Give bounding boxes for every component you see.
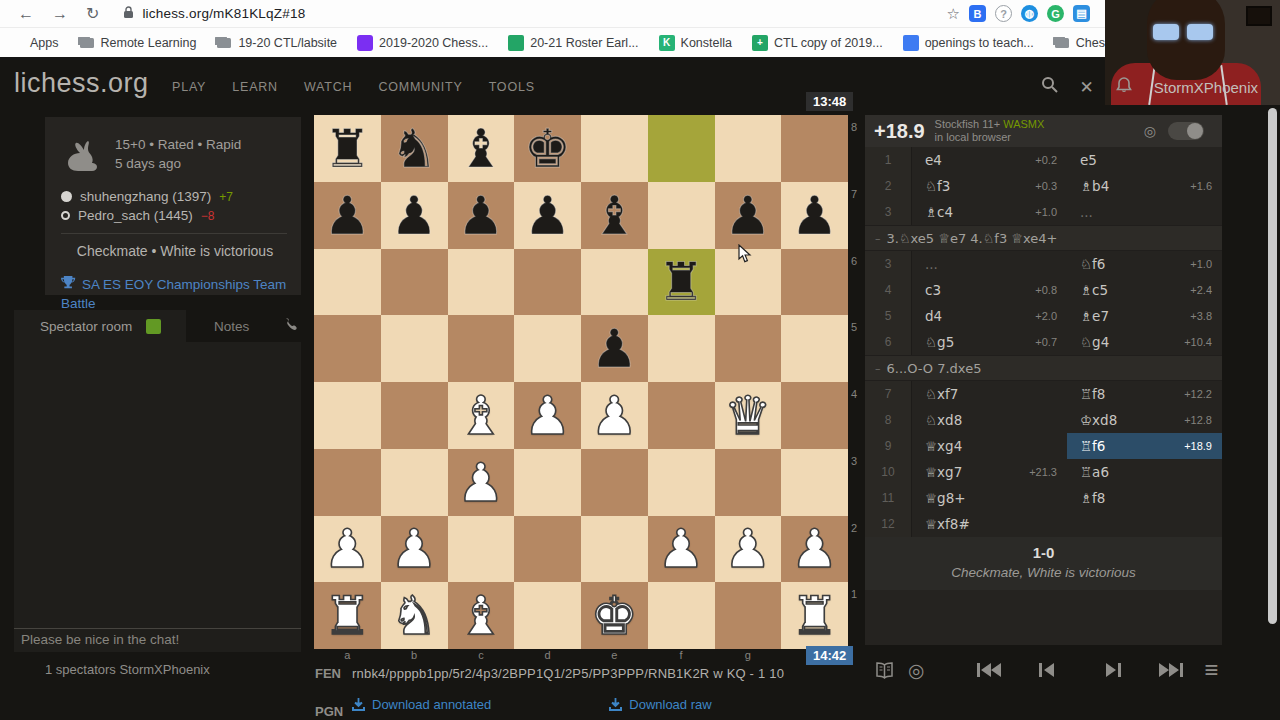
square-f7[interactable] xyxy=(648,182,715,249)
square-g1[interactable] xyxy=(715,582,782,649)
move-3-black[interactable]: ♘f6+1.0 xyxy=(1067,251,1222,277)
bookmark-label: Konstella xyxy=(681,36,732,50)
pgn-download-raw[interactable]: Download raw xyxy=(609,697,711,712)
result-status: Checkmate, White is victorious xyxy=(865,565,1222,580)
square-d7[interactable]: ♟ xyxy=(514,182,581,249)
square-a4[interactable] xyxy=(314,382,381,449)
white-pawn[interactable]: ♟ xyxy=(524,389,572,442)
move-1-white[interactable]: e4+0.2 xyxy=(912,147,1067,173)
square-g7[interactable]: ♟ xyxy=(715,182,782,249)
move-number: 9 xyxy=(865,433,912,459)
last-move-button[interactable] xyxy=(1159,662,1183,678)
black-pawn[interactable]: ♟ xyxy=(524,189,572,242)
engine-eval: +18.9 xyxy=(874,120,925,143)
result-score: 1-0 xyxy=(865,544,1222,561)
file-label-c: c xyxy=(448,649,515,661)
move-3-white[interactable]: ... xyxy=(912,251,1067,277)
chess-board[interactable]: ♜♞♝♚♟♟♟♟♝♟♟♜♟♝♟♟♛♟♟♟♟♟♟♜♞♝♚♜ xyxy=(314,115,848,649)
square-b3[interactable] xyxy=(381,449,448,516)
game-date: 5 days ago xyxy=(115,154,291,173)
square-b2[interactable]: ♟ xyxy=(381,516,448,583)
black-pawn[interactable]: ♟ xyxy=(591,322,639,375)
white-pawn[interactable]: ♟ xyxy=(457,456,505,509)
square-e5[interactable]: ♟ xyxy=(581,315,648,382)
chat-input[interactable]: Please be nice in the chat! xyxy=(14,628,301,652)
page-scrollbar[interactable] xyxy=(1268,108,1277,624)
bookmark-20-21-roster-earl[interactable]: 20-21 Roster Earl... xyxy=(500,32,646,54)
black-pawn[interactable]: ♟ xyxy=(791,189,839,242)
bookmark-konstella[interactable]: KKonstella xyxy=(651,32,740,54)
move-number: 3 xyxy=(865,199,912,225)
square-d3[interactable] xyxy=(514,449,581,516)
notifications-bell-icon[interactable] xyxy=(1116,76,1132,98)
rank-label-6: 6 xyxy=(851,255,857,267)
black-knight[interactable]: ♞ xyxy=(390,122,438,175)
square-h2[interactable]: ♟ xyxy=(781,516,848,583)
square-c6[interactable] xyxy=(448,249,515,316)
square-e6[interactable] xyxy=(581,249,648,316)
game-meta-panel: 15+0 • Rated • Rapid 5 days ago shuhengz… xyxy=(45,117,301,295)
square-a7[interactable]: ♟ xyxy=(314,182,381,249)
square-b1[interactable]: ♞ xyxy=(381,582,448,649)
white-knight[interactable]: ♞ xyxy=(390,589,438,642)
square-f5[interactable] xyxy=(648,315,715,382)
bookmarks-bar: AppsRemote Learning19-20 CTL/labsite2019… xyxy=(0,28,1280,57)
main-nav: PLAYLEARNWATCHCOMMUNITYTOOLS xyxy=(172,80,535,94)
file-label-a: a xyxy=(314,649,381,661)
white-pawn[interactable]: ♟ xyxy=(791,522,839,575)
pgn-label: PGN xyxy=(315,704,343,719)
white-bishop[interactable]: ♝ xyxy=(457,389,505,442)
pgn-download-annotated[interactable]: Download annotated xyxy=(352,697,491,712)
square-e1[interactable]: ♚ xyxy=(581,582,648,649)
green-cross-icon: + xyxy=(752,35,768,51)
square-c7[interactable]: ♟ xyxy=(448,182,515,249)
white-pawn[interactable]: ♟ xyxy=(724,522,772,575)
previous-move-button[interactable] xyxy=(1039,662,1054,678)
square-g3[interactable] xyxy=(715,449,782,516)
fen-label: FEN xyxy=(315,666,352,681)
square-d8[interactable]: ♚ xyxy=(514,115,581,182)
back-icon[interactable]: ← xyxy=(18,5,34,23)
black-king[interactable]: ♚ xyxy=(524,122,572,175)
move-2-white[interactable]: ♘f3+0.3 xyxy=(912,173,1067,199)
square-h5[interactable] xyxy=(781,315,848,382)
first-move-button[interactable] xyxy=(977,662,1001,678)
white-pawn[interactable]: ♟ xyxy=(591,389,639,442)
white-piece-dot xyxy=(61,191,72,202)
black-pawn[interactable]: ♟ xyxy=(457,189,505,242)
square-h3[interactable] xyxy=(781,449,848,516)
square-d2[interactable] xyxy=(514,516,581,583)
black-pawn[interactable]: ♟ xyxy=(724,189,772,242)
black-pawn[interactable]: ♟ xyxy=(324,189,372,242)
move-8-white[interactable]: ♘xd8 xyxy=(912,407,1067,433)
move-number: 1 xyxy=(865,147,912,173)
apps-grid-icon xyxy=(8,36,24,50)
rank-label-3: 3 xyxy=(851,455,857,467)
explorer-icon[interactable]: ◎ xyxy=(908,659,925,682)
square-g2[interactable]: ♟ xyxy=(715,516,782,583)
bookmark-19-20-ctl-labsite[interactable]: 19-20 CTL/labsite xyxy=(208,32,345,54)
square-f6[interactable]: ♜ xyxy=(648,249,715,316)
move-4-white[interactable]: c3+0.8 xyxy=(912,277,1067,303)
nav-learn[interactable]: LEARN xyxy=(232,80,278,94)
glasses-left-lens xyxy=(1153,24,1179,40)
move-7-black[interactable]: ♖f8+12.2 xyxy=(1067,381,1222,407)
menu-hamburger-icon[interactable]: ≡ xyxy=(1205,656,1219,684)
next-move-button[interactable] xyxy=(1106,662,1121,678)
square-c8[interactable]: ♝ xyxy=(448,115,515,182)
bookmark-remote-learning[interactable]: Remote Learning xyxy=(71,32,205,54)
replay-controls: ◎ ≡ xyxy=(865,650,1222,690)
move-list: 1e4+0.2e52♘f3+0.3♗b4+1.63♗c4+1.0...3.♘xe… xyxy=(865,147,1222,537)
practice-target-icon[interactable]: ◎ xyxy=(1144,123,1156,139)
square-f2[interactable]: ♟ xyxy=(648,516,715,583)
black-bishop[interactable]: ♝ xyxy=(457,122,505,175)
rank-label-5: 5 xyxy=(851,321,857,333)
square-g8[interactable] xyxy=(715,115,782,182)
result-note: Checkmate • White is victorious xyxy=(59,243,291,259)
file-label-g: g xyxy=(715,649,782,661)
move-number: 7 xyxy=(865,381,912,407)
move-3-black[interactable]: ... xyxy=(1067,199,1222,225)
square-b6[interactable] xyxy=(381,249,448,316)
fen-value[interactable]: rnbk4/ppppb1pp/5r2/4p3/2BPP1Q1/2P5/PP3PP… xyxy=(352,666,784,681)
tournament-link[interactable]: SA ES EOY Championships Team Battle xyxy=(61,275,289,313)
move-12-black xyxy=(1067,511,1222,537)
variation-line[interactable]: 3.♘xe5 ♕e7 4.♘f3 ♕xe4+ xyxy=(865,225,1222,251)
square-b7[interactable]: ♟ xyxy=(381,182,448,249)
bookmark-openings-to-teach[interactable]: openings to teach... xyxy=(895,32,1042,54)
white-king[interactable]: ♚ xyxy=(591,589,639,642)
square-f4[interactable] xyxy=(648,382,715,449)
bookmark-2019-2020-chess[interactable]: 2019-2020 Chess... xyxy=(349,32,496,54)
square-h6[interactable] xyxy=(781,249,848,316)
bookmark-apps[interactable]: Apps xyxy=(0,32,67,54)
address-bar[interactable]: lichess.org/mK81KLqZ#18 xyxy=(142,6,305,21)
tab-spectator-label: Spectator room xyxy=(40,319,132,334)
square-a1[interactable]: ♜ xyxy=(314,582,381,649)
move-11-black[interactable]: ♗f8 xyxy=(1067,485,1222,511)
tab-notes[interactable]: Notes xyxy=(214,319,249,334)
move-number: 6 xyxy=(865,329,912,355)
move-6-white[interactable]: ♘g5+0.7 xyxy=(912,329,1067,355)
move-5-white[interactable]: d4+2.0 xyxy=(912,303,1067,329)
move-number: 11 xyxy=(865,485,912,511)
move-12-white[interactable]: ♕xf8# xyxy=(912,511,1067,537)
square-d6[interactable] xyxy=(514,249,581,316)
mouse-cursor xyxy=(738,244,753,268)
nav-tools[interactable]: TOOLS xyxy=(489,80,535,94)
spectators-line: 1 spectators StormXPhoenix xyxy=(45,662,210,677)
player-white[interactable]: shuhengzhang (1397)+7 xyxy=(61,189,291,204)
rank-label-4: 4 xyxy=(851,388,857,400)
user-menu[interactable]: StormXPhoenix xyxy=(1154,79,1258,96)
square-b8[interactable]: ♞ xyxy=(381,115,448,182)
extension-chat-icon[interactable]: ▤ xyxy=(1073,5,1090,22)
engine-info: Stockfish 11+ WASMX in local browser xyxy=(935,118,1045,144)
bookmark-label: Remote Learning xyxy=(101,36,197,50)
bookmark-star-icon[interactable]: ☆ xyxy=(947,5,960,23)
move-7-white[interactable]: ♘xf7 xyxy=(912,381,1067,407)
chat-toggle[interactable] xyxy=(146,319,161,334)
search-icon[interactable] xyxy=(1041,76,1058,98)
move-8-black[interactable]: ♔xd8+12.8 xyxy=(1067,407,1222,433)
trophy-icon xyxy=(61,275,76,294)
video-timestamp-top: 13:48 xyxy=(806,92,853,111)
analysis-panel: +18.9 Stockfish 11+ WASMX in local brows… xyxy=(865,115,1222,645)
square-c5[interactable] xyxy=(448,315,515,382)
white-pawn[interactable]: ♟ xyxy=(324,522,372,575)
white-bishop[interactable]: ♝ xyxy=(457,589,505,642)
nav-play[interactable]: PLAY xyxy=(172,80,206,94)
square-f8[interactable] xyxy=(648,115,715,182)
folder-icon xyxy=(216,35,232,51)
white-rook[interactable]: ♜ xyxy=(324,589,372,642)
square-f3[interactable] xyxy=(648,449,715,516)
move-number: 5 xyxy=(865,303,912,329)
extension-circle-icon[interactable]: ? xyxy=(995,5,1012,22)
square-d1[interactable] xyxy=(514,582,581,649)
move-11-white[interactable]: ♕g8+ xyxy=(912,485,1067,511)
square-b5[interactable] xyxy=(381,315,448,382)
challenges-icon[interactable]: ✕ xyxy=(1080,77,1094,98)
square-a5[interactable] xyxy=(314,315,381,382)
move-number: 4 xyxy=(865,277,912,303)
result-block: 1-0 Checkmate, White is victorious xyxy=(865,537,1222,590)
opening-book-icon[interactable] xyxy=(875,662,894,679)
rank-label-7: 7 xyxy=(851,188,857,200)
blue-doc-icon xyxy=(903,35,919,51)
bookmark-ctl-copy-of-2019[interactable]: +CTL copy of 2019... xyxy=(744,32,891,54)
players-list: shuhengzhang (1397)+7Pedro_sach (1445)−8 xyxy=(59,189,291,223)
square-g4[interactable]: ♛ xyxy=(715,382,782,449)
time-control: 15+0 • Rated • Rapid xyxy=(115,129,291,154)
move-3-white[interactable]: ♗c4+1.0 xyxy=(912,199,1067,225)
lock-icon xyxy=(123,5,134,23)
extension-b-icon[interactable]: B xyxy=(969,5,986,22)
folder-icon xyxy=(1054,35,1070,51)
white-pawn[interactable]: ♟ xyxy=(657,522,705,575)
file-label-d: d xyxy=(514,649,581,661)
extension-grammarly-icon[interactable]: G xyxy=(1047,5,1064,22)
file-labels: abcdefgh xyxy=(314,649,848,661)
forward-icon[interactable]: → xyxy=(52,5,68,23)
file-label-b: b xyxy=(381,649,448,661)
move-1-black[interactable]: e5 xyxy=(1067,147,1222,173)
move-number: 3 xyxy=(865,251,912,277)
move-2-black[interactable]: ♗b4+1.6 xyxy=(1067,173,1222,199)
bookmark-label: CTL copy of 2019... xyxy=(774,36,883,50)
black-pawn[interactable]: ♟ xyxy=(390,189,438,242)
glasses-right-lens xyxy=(1187,24,1213,40)
engine-badge: WASMX xyxy=(1003,118,1044,130)
square-h1[interactable]: ♜ xyxy=(781,582,848,649)
rapid-rabbit-icon xyxy=(61,135,101,179)
nav-community[interactable]: COMMUNITY xyxy=(378,80,462,94)
nav-watch[interactable]: WATCH xyxy=(304,80,352,94)
black-rook[interactable]: ♜ xyxy=(324,122,372,175)
konstella-icon: K xyxy=(659,35,675,51)
black-bishop[interactable]: ♝ xyxy=(591,189,639,242)
move-5-black[interactable]: ♗e7+3.8 xyxy=(1067,303,1222,329)
white-queen[interactable]: ♛ xyxy=(724,389,772,442)
square-a8[interactable]: ♜ xyxy=(314,115,381,182)
move-9-white[interactable]: ♕xg4 xyxy=(912,433,1067,459)
square-h7[interactable]: ♟ xyxy=(781,182,848,249)
file-label-f: f xyxy=(648,649,715,661)
purple-doc-icon xyxy=(357,35,373,51)
video-timestamp-bottom: 14:42 xyxy=(806,646,853,665)
square-h8[interactable] xyxy=(781,115,848,182)
chat-panel xyxy=(14,342,301,628)
rank-label-1: 1 xyxy=(851,588,857,600)
square-c3[interactable]: ♟ xyxy=(448,449,515,516)
move-number: 8 xyxy=(865,407,912,433)
file-label-e: e xyxy=(581,649,648,661)
square-e3[interactable] xyxy=(581,449,648,516)
player-black[interactable]: Pedro_sach (1445)−8 xyxy=(61,208,291,223)
move-number: 12 xyxy=(865,511,912,537)
move-number: 10 xyxy=(865,459,912,485)
square-e4[interactable]: ♟ xyxy=(581,382,648,449)
player-name: shuhengzhang (1397) xyxy=(80,189,211,204)
square-c1[interactable]: ♝ xyxy=(448,582,515,649)
square-a3[interactable] xyxy=(314,449,381,516)
rating-delta: +7 xyxy=(219,190,233,204)
rating-delta: −8 xyxy=(201,209,215,223)
square-a6[interactable] xyxy=(314,249,381,316)
black-piece-dot xyxy=(61,211,70,220)
variation-line[interactable]: 6...O-O 7.dxe5 xyxy=(865,355,1222,381)
square-a2[interactable]: ♟ xyxy=(314,516,381,583)
rank-label-8: 8 xyxy=(851,121,857,133)
engine-toggle[interactable] xyxy=(1168,122,1204,140)
square-e2[interactable] xyxy=(581,516,648,583)
bookmark-label: 19-20 CTL/labsite xyxy=(238,36,337,50)
browser-toolbar: ← → ↻ lichess.org/mK81KLqZ#18 ☆ B ? ◍ G … xyxy=(0,0,1280,28)
picture-frame xyxy=(1246,6,1272,26)
square-c2[interactable] xyxy=(448,516,515,583)
square-h4[interactable] xyxy=(781,382,848,449)
square-d4[interactable]: ♟ xyxy=(514,382,581,449)
rank-label-2: 2 xyxy=(851,522,857,534)
square-f1[interactable] xyxy=(648,582,715,649)
engine-header: +18.9 Stockfish 11+ WASMX in local brows… xyxy=(865,115,1222,147)
move-4-black[interactable]: ♗c5+2.4 xyxy=(1067,277,1222,303)
site-header: lichess.org PLAYLEARNWATCHCOMMUNITYTOOLS… xyxy=(0,60,1280,112)
pgn-links: Download annotatedDownload raw xyxy=(352,697,712,712)
move-9-black[interactable]: ♖f6+18.9 xyxy=(1067,433,1222,459)
move-number: 2 xyxy=(865,173,912,199)
move-10-white[interactable]: ♕xg7+21.3 xyxy=(912,459,1067,485)
player-name: Pedro_sach (1445) xyxy=(78,208,193,223)
bookmark-label: 2019-2020 Chess... xyxy=(379,36,488,50)
square-g5[interactable] xyxy=(715,315,782,382)
square-e7[interactable]: ♝ xyxy=(581,182,648,249)
move-6-black[interactable]: ♘g4+10.4 xyxy=(1067,329,1222,355)
bookmark-label: 20-21 Roster Earl... xyxy=(530,36,638,50)
square-e8[interactable] xyxy=(581,115,648,182)
lichess-logo[interactable]: lichess.org xyxy=(14,68,149,99)
green-sheet-icon xyxy=(508,35,524,51)
black-rook[interactable]: ♜ xyxy=(657,255,705,308)
white-pawn[interactable]: ♟ xyxy=(390,522,438,575)
white-rook[interactable]: ♜ xyxy=(791,589,839,642)
phone-icon[interactable] xyxy=(282,316,300,336)
extension-blue-icon[interactable]: ◍ xyxy=(1021,5,1038,22)
reload-icon[interactable]: ↻ xyxy=(86,4,99,23)
bookmark-label: Apps xyxy=(30,36,59,50)
move-10-black[interactable]: ♖a6 xyxy=(1067,459,1222,485)
square-b4[interactable] xyxy=(381,382,448,449)
folder-icon xyxy=(79,35,95,51)
bookmark-label: openings to teach... xyxy=(925,36,1034,50)
square-d5[interactable] xyxy=(514,315,581,382)
tab-spectator-room[interactable]: Spectator room xyxy=(14,310,186,342)
square-c4[interactable]: ♝ xyxy=(448,382,515,449)
